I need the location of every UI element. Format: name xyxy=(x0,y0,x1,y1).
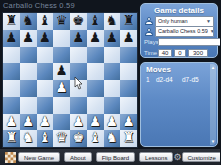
white-player-select[interactable]: Only human ▼ xyxy=(155,16,214,27)
black-king[interactable]: ♚ xyxy=(70,12,87,29)
square-e3[interactable] xyxy=(70,97,87,114)
square-g6[interactable] xyxy=(104,47,121,64)
square-h2[interactable]: ♟ xyxy=(120,114,137,131)
square-f3[interactable] xyxy=(87,97,104,114)
square-h6[interactable] xyxy=(120,47,137,64)
square-h5[interactable] xyxy=(120,63,137,80)
square-b1[interactable]: ♞ xyxy=(20,130,37,147)
black-pawn[interactable]: ♟ xyxy=(37,29,54,46)
mouse-cursor-icon xyxy=(74,77,83,90)
square-a7[interactable]: ♟ xyxy=(3,30,20,47)
white-rook[interactable]: ♜ xyxy=(3,129,20,146)
square-a4[interactable] xyxy=(3,80,20,97)
move-row[interactable]: 1d2-d4d7-d5 xyxy=(146,76,209,83)
black-pawn[interactable]: ♟ xyxy=(3,29,20,46)
white-knight[interactable]: ♞ xyxy=(104,129,121,146)
square-c7[interactable]: ♟ xyxy=(37,30,54,47)
lessons-button[interactable]: Lessons xyxy=(139,152,173,162)
moves-list[interactable]: 1d2-d4d7-d5 xyxy=(146,76,209,83)
scroll-up-icon[interactable]: ▲ xyxy=(210,64,216,71)
black-queen[interactable]: ♛ xyxy=(53,12,70,29)
time-seconds-input[interactable] xyxy=(188,49,208,57)
square-d4[interactable]: ♟ xyxy=(53,80,70,97)
scroll-down-icon[interactable]: ▼ xyxy=(210,138,216,145)
square-b2[interactable]: ♟ xyxy=(20,114,37,131)
square-b4[interactable] xyxy=(20,80,37,97)
square-e8[interactable]: ♚ xyxy=(70,13,87,30)
square-d7[interactable] xyxy=(53,30,70,47)
plays-input[interactable] xyxy=(158,38,220,46)
white-player-row: Only human ▼ xyxy=(144,17,214,26)
square-f7[interactable]: ♟ xyxy=(87,30,104,47)
square-b5[interactable] xyxy=(20,63,37,80)
square-a2[interactable]: ♟ xyxy=(3,114,20,131)
square-e1[interactable]: ♚ xyxy=(70,130,87,147)
black-player-select[interactable]: Carballo Chess 0.59 ▼ xyxy=(155,26,214,37)
square-c4[interactable] xyxy=(37,80,54,97)
square-h4[interactable] xyxy=(120,80,137,97)
white-pawn[interactable]: ♟ xyxy=(20,113,37,130)
chevron-down-icon: ▼ xyxy=(206,17,211,26)
black-bishop[interactable]: ♝ xyxy=(37,12,54,29)
black-pawn[interactable]: ♟ xyxy=(87,29,104,46)
white-pawn[interactable]: ♟ xyxy=(87,113,104,130)
square-b6[interactable] xyxy=(20,47,37,64)
square-a3[interactable] xyxy=(3,97,20,114)
square-d8[interactable]: ♛ xyxy=(53,13,70,30)
square-f5[interactable] xyxy=(87,63,104,80)
moves-panel: Moves 1d2-d4d7-d5 ▲ ▼ xyxy=(140,62,218,147)
bottom-toolbar: New Game About Flip Board Lessons ⚙ Cust… xyxy=(0,149,220,165)
white-queen[interactable]: ♛ xyxy=(53,129,70,146)
plays-row: Plays xyxy=(144,38,214,47)
black-pawn[interactable]: ♟ xyxy=(20,29,37,46)
square-h8[interactable]: ♜ xyxy=(120,13,137,30)
white-pawn[interactable]: ♟ xyxy=(104,113,121,130)
white-pawn[interactable]: ♟ xyxy=(70,113,87,130)
square-c6[interactable] xyxy=(37,47,54,64)
white-player-value: Only human xyxy=(158,17,188,26)
square-g7[interactable]: ♟ xyxy=(104,30,121,47)
time-increment-input[interactable] xyxy=(174,49,186,57)
square-g5[interactable] xyxy=(104,63,121,80)
square-e6[interactable] xyxy=(70,47,87,64)
square-a5[interactable] xyxy=(3,63,20,80)
move-num[interactable]: 1 xyxy=(146,76,156,83)
moves-scrollbar[interactable]: ▲ ▼ xyxy=(210,64,216,145)
square-f2[interactable]: ♟ xyxy=(87,114,104,131)
square-c5[interactable] xyxy=(37,63,54,80)
white-pawn[interactable]: ♟ xyxy=(53,79,70,96)
white-king[interactable]: ♚ xyxy=(70,129,87,146)
square-d2[interactable] xyxy=(53,114,70,131)
about-button[interactable]: About xyxy=(64,152,92,162)
square-e7[interactable]: ♟ xyxy=(70,30,87,47)
game-details-title: Game details xyxy=(141,6,217,15)
flip-board-button[interactable]: Flip Board xyxy=(96,152,135,162)
black-rook[interactable]: ♜ xyxy=(3,12,20,29)
white-bishop[interactable]: ♝ xyxy=(37,129,54,146)
black-knight[interactable]: ♞ xyxy=(20,12,37,29)
square-a8[interactable]: ♜ xyxy=(3,13,20,30)
black-bishop[interactable]: ♝ xyxy=(87,12,104,29)
move-black[interactable]: d7-d5 xyxy=(182,76,208,83)
square-f6[interactable] xyxy=(87,47,104,64)
black-rook[interactable]: ♜ xyxy=(120,12,137,29)
square-c1[interactable]: ♝ xyxy=(37,130,54,147)
time-row: Time xyxy=(144,48,214,57)
white-pawn[interactable]: ♟ xyxy=(120,113,137,130)
white-rook[interactable]: ♜ xyxy=(120,129,137,146)
black-pawn[interactable]: ♟ xyxy=(70,29,87,46)
square-h7[interactable]: ♟ xyxy=(120,30,137,47)
square-b7[interactable]: ♟ xyxy=(20,30,37,47)
square-g2[interactable]: ♟ xyxy=(104,114,121,131)
chevron-down-icon: ▼ xyxy=(210,27,214,36)
square-d5[interactable]: ♟ xyxy=(53,63,70,80)
square-c2[interactable]: ♟ xyxy=(37,114,54,131)
white-player-icon xyxy=(144,17,153,26)
square-c8[interactable]: ♝ xyxy=(37,13,54,30)
new-game-button[interactable]: New Game xyxy=(18,152,60,162)
chess-board[interactable]: ♜♞♝♛♚♝♞♜♟♟♟♟♟♟♟♟♟♟♟♟♟♟♟♟♜♞♝♛♚♝♞♜ xyxy=(2,12,138,148)
black-player-value: Carballo Chess 0.59 xyxy=(158,27,208,36)
customize-button[interactable]: Customize xyxy=(182,152,221,162)
square-d6[interactable] xyxy=(53,47,70,64)
square-h3[interactable] xyxy=(120,97,137,114)
time-label: Time xyxy=(144,50,157,56)
black-pawn[interactable]: ♟ xyxy=(104,29,121,46)
white-bishop[interactable]: ♝ xyxy=(87,129,104,146)
black-pawn[interactable]: ♟ xyxy=(53,62,70,79)
time-moves-input[interactable] xyxy=(158,49,172,57)
square-d3[interactable] xyxy=(53,97,70,114)
move-white[interactable]: d2-d4 xyxy=(156,76,182,83)
square-c3[interactable] xyxy=(37,97,54,114)
square-g1[interactable]: ♞ xyxy=(104,130,121,147)
black-knight[interactable]: ♞ xyxy=(104,12,121,29)
black-player-icon xyxy=(144,27,153,36)
square-f1[interactable]: ♝ xyxy=(87,130,104,147)
square-g4[interactable] xyxy=(104,80,121,97)
window-title: Carballo Chess 0.59 xyxy=(3,1,75,10)
square-d1[interactable]: ♛ xyxy=(53,130,70,147)
square-f4[interactable] xyxy=(87,80,104,97)
game-details-panel: Game details Only human ▼ Carballo Chess… xyxy=(140,3,218,58)
moves-title: Moves xyxy=(141,65,217,74)
square-g8[interactable]: ♞ xyxy=(104,13,121,30)
white-knight[interactable]: ♞ xyxy=(20,129,37,146)
square-e2[interactable]: ♟ xyxy=(70,114,87,131)
black-pawn[interactable]: ♟ xyxy=(120,29,137,46)
square-h1[interactable]: ♜ xyxy=(120,130,137,147)
chessboard-icon xyxy=(5,152,16,163)
square-a6[interactable] xyxy=(3,47,20,64)
gear-icon: ⚙ xyxy=(173,152,181,163)
white-pawn[interactable]: ♟ xyxy=(37,113,54,130)
square-g3[interactable] xyxy=(104,97,121,114)
plays-label: Plays xyxy=(144,39,157,45)
square-f8[interactable]: ♝ xyxy=(87,13,104,30)
square-a1[interactable]: ♜ xyxy=(3,130,20,147)
white-pawn[interactable]: ♟ xyxy=(3,113,20,130)
black-player-row: Carballo Chess 0.59 ▼ xyxy=(144,27,214,36)
square-b8[interactable]: ♞ xyxy=(20,13,37,30)
square-b3[interactable] xyxy=(20,97,37,114)
